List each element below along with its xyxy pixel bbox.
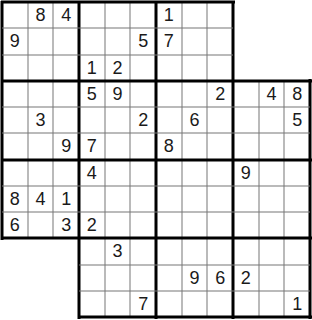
cell-r6c8[interactable] (182, 133, 208, 159)
cell-r4c10[interactable] (233, 81, 259, 107)
cell-r7c2[interactable] (28, 160, 54, 186)
cell-r9c12[interactable] (284, 212, 310, 238)
given-r8c3[interactable]: 1 (53, 186, 79, 212)
cell-r1c9[interactable] (207, 2, 233, 28)
cell-r8c4[interactable] (79, 186, 105, 212)
cell-r7c3[interactable] (53, 160, 79, 186)
cell-r4c8[interactable] (182, 81, 208, 107)
outside-area (53, 265, 79, 291)
given-r12c6[interactable]: 7 (130, 291, 156, 317)
given-r7c4[interactable]: 4 (79, 160, 105, 186)
cell-r9c11[interactable] (259, 212, 285, 238)
cell-r1c4[interactable] (79, 2, 105, 28)
given-r4c9[interactable]: 2 (207, 81, 233, 107)
cell-r6c2[interactable] (28, 133, 54, 159)
cell-r11c7[interactable] (156, 265, 182, 291)
cell-r5c1[interactable] (2, 107, 28, 133)
outside-area (233, 2, 259, 28)
outside-area (28, 291, 54, 317)
given-r5c2[interactable]: 3 (28, 107, 54, 133)
cell-r8c10[interactable] (233, 186, 259, 212)
cell-r4c7[interactable] (156, 81, 182, 107)
cell-r7c12[interactable] (284, 160, 310, 186)
cell-r11c4[interactable] (79, 265, 105, 291)
given-r3c4[interactable]: 1 (79, 55, 105, 81)
given-r2c1[interactable]: 9 (2, 28, 28, 54)
cell-r9c9[interactable] (207, 212, 233, 238)
cell-r8c8[interactable] (182, 186, 208, 212)
outside-area (2, 265, 28, 291)
outside-area (284, 55, 310, 81)
sudoku-board: 8419571259248326597849841632396271 (2, 2, 310, 317)
cell-r5c7[interactable] (156, 107, 182, 133)
cell-r5c4[interactable] (79, 107, 105, 133)
cell-r6c6[interactable] (130, 133, 156, 159)
given-r8c2[interactable]: 4 (28, 186, 54, 212)
cell-r12c9[interactable] (207, 291, 233, 317)
cell-r8c7[interactable] (156, 186, 182, 212)
cell-r10c9[interactable] (207, 238, 233, 264)
given-r6c3[interactable]: 9 (53, 133, 79, 159)
given-r4c12[interactable]: 8 (284, 81, 310, 107)
cell-r3c6[interactable] (130, 55, 156, 81)
cell-r12c10[interactable] (233, 291, 259, 317)
cell-r6c1[interactable] (2, 133, 28, 159)
cell-r10c4[interactable] (79, 238, 105, 264)
given-r5c6[interactable]: 2 (130, 107, 156, 133)
cell-r12c7[interactable] (156, 291, 182, 317)
given-r3c5[interactable]: 2 (105, 55, 131, 81)
outside-area (53, 238, 79, 264)
given-r8c1[interactable]: 8 (2, 186, 28, 212)
given-r5c12[interactable]: 5 (284, 107, 310, 133)
cell-r10c7[interactable] (156, 238, 182, 264)
outside-area (2, 291, 28, 317)
cell-r9c10[interactable] (233, 212, 259, 238)
cell-r1c6[interactable] (130, 2, 156, 28)
cell-r6c5[interactable] (105, 133, 131, 159)
cell-r5c11[interactable] (259, 107, 285, 133)
cell-r12c8[interactable] (182, 291, 208, 317)
given-r5c8[interactable]: 6 (182, 107, 208, 133)
outside-area (259, 28, 285, 54)
cell-r11c6[interactable] (130, 265, 156, 291)
given-r2c7[interactable]: 7 (156, 28, 182, 54)
cell-r2c5[interactable] (105, 28, 131, 54)
cell-r12c11[interactable] (259, 291, 285, 317)
given-r4c5[interactable]: 9 (105, 81, 131, 107)
cell-r3c9[interactable] (207, 55, 233, 81)
cell-r5c10[interactable] (233, 107, 259, 133)
cell-r6c11[interactable] (259, 133, 285, 159)
cell-r7c7[interactable] (156, 160, 182, 186)
cell-r4c1[interactable] (2, 81, 28, 107)
outside-area (259, 2, 285, 28)
given-r6c4[interactable]: 7 (79, 133, 105, 159)
given-r12c12[interactable]: 1 (284, 291, 310, 317)
given-r10c5[interactable]: 3 (105, 238, 131, 264)
cell-r11c5[interactable] (105, 265, 131, 291)
cell-r8c5[interactable] (105, 186, 131, 212)
outside-area (259, 55, 285, 81)
cell-r3c7[interactable] (156, 55, 182, 81)
outside-area (233, 55, 259, 81)
cell-r6c9[interactable] (207, 133, 233, 159)
cell-r8c11[interactable] (259, 186, 285, 212)
outside-area (53, 291, 79, 317)
cell-r3c2[interactable] (28, 55, 54, 81)
cell-r10c8[interactable] (182, 238, 208, 264)
given-r11c10[interactable]: 2 (233, 265, 259, 291)
given-r7c10[interactable]: 9 (233, 160, 259, 186)
cell-r1c8[interactable] (182, 2, 208, 28)
given-r2c6[interactable]: 5 (130, 28, 156, 54)
given-r1c3[interactable]: 4 (53, 2, 79, 28)
cell-r5c9[interactable] (207, 107, 233, 133)
cell-r5c5[interactable] (105, 107, 131, 133)
outside-area (28, 265, 54, 291)
given-r11c8[interactable]: 9 (182, 265, 208, 291)
outside-area (28, 238, 54, 264)
cell-r9c6[interactable] (130, 212, 156, 238)
cell-r7c5[interactable] (105, 160, 131, 186)
cell-r2c9[interactable] (207, 28, 233, 54)
outside-area (2, 238, 28, 264)
cell-r10c10[interactable] (233, 238, 259, 264)
cell-r10c12[interactable] (284, 238, 310, 264)
cell-r7c8[interactable] (182, 160, 208, 186)
given-r9c4[interactable]: 2 (79, 212, 105, 238)
given-r4c4[interactable]: 5 (79, 81, 105, 107)
cell-r2c4[interactable] (79, 28, 105, 54)
cell-r10c11[interactable] (259, 238, 285, 264)
given-r9c1[interactable]: 6 (2, 212, 28, 238)
cell-r6c10[interactable] (233, 133, 259, 159)
cell-r9c2[interactable] (28, 212, 54, 238)
outside-area (284, 28, 310, 54)
cell-r9c8[interactable] (182, 212, 208, 238)
cell-grid: 8419571259248326597849841632396271 (2, 2, 310, 317)
cell-r12c4[interactable] (79, 291, 105, 317)
cell-r6c12[interactable] (284, 133, 310, 159)
cell-r7c9[interactable] (207, 160, 233, 186)
cell-r2c3[interactable] (53, 28, 79, 54)
cell-r5c3[interactable] (53, 107, 79, 133)
cell-r3c8[interactable] (182, 55, 208, 81)
cell-r10c6[interactable] (130, 238, 156, 264)
cell-r2c2[interactable] (28, 28, 54, 54)
cell-r8c12[interactable] (284, 186, 310, 212)
cell-r4c6[interactable] (130, 81, 156, 107)
given-r6c7[interactable]: 8 (156, 133, 182, 159)
cell-r9c5[interactable] (105, 212, 131, 238)
outside-area (233, 28, 259, 54)
cell-r7c6[interactable] (130, 160, 156, 186)
cell-r1c5[interactable] (105, 2, 131, 28)
cell-r4c2[interactable] (28, 81, 54, 107)
given-r9c3[interactable]: 3 (53, 212, 79, 238)
cell-r11c12[interactable] (284, 265, 310, 291)
cell-r8c6[interactable] (130, 186, 156, 212)
cell-r3c1[interactable] (2, 55, 28, 81)
cell-r9c7[interactable] (156, 212, 182, 238)
cell-r7c11[interactable] (259, 160, 285, 186)
given-r11c9[interactable]: 6 (207, 265, 233, 291)
given-r1c2[interactable]: 8 (28, 2, 54, 28)
cell-r2c8[interactable] (182, 28, 208, 54)
cell-r1c1[interactable] (2, 2, 28, 28)
cell-r8c9[interactable] (207, 186, 233, 212)
puzzle-page: 8419571259248326597849841632396271 (0, 0, 312, 320)
cell-r12c5[interactable] (105, 291, 131, 317)
cell-r3c3[interactable] (53, 55, 79, 81)
outside-area (284, 2, 310, 28)
cell-r4c3[interactable] (53, 81, 79, 107)
cell-r7c1[interactable] (2, 160, 28, 186)
cell-r11c11[interactable] (259, 265, 285, 291)
given-r4c11[interactable]: 4 (259, 81, 285, 107)
given-r1c7[interactable]: 1 (156, 2, 182, 28)
